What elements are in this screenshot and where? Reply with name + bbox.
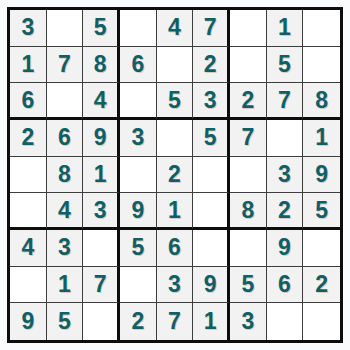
cell-r4c4[interactable]: 3 <box>120 120 157 157</box>
cell-r7c5[interactable]: 6 <box>157 230 194 267</box>
cell-r5c5[interactable]: 2 <box>157 157 194 194</box>
cell-r3c4[interactable] <box>120 83 157 120</box>
cell-r6c7[interactable]: 8 <box>230 193 267 230</box>
cell-r7c1[interactable]: 4 <box>10 230 47 267</box>
cell-r4c9[interactable]: 1 <box>303 120 340 157</box>
cell-r5c8[interactable]: 3 <box>267 157 304 194</box>
cell-r2c8[interactable]: 5 <box>267 47 304 84</box>
cell-r6c8[interactable]: 2 <box>267 193 304 230</box>
cell-r3c2[interactable] <box>47 83 84 120</box>
cell-r1c3[interactable]: 5 <box>83 10 120 47</box>
cell-r7c8[interactable]: 9 <box>267 230 304 267</box>
cell-r2c2[interactable]: 7 <box>47 47 84 84</box>
cell-r9c7[interactable]: 3 <box>230 303 267 340</box>
cell-r5c2[interactable]: 8 <box>47 157 84 194</box>
cell-r2c6[interactable]: 2 <box>193 47 230 84</box>
cell-r7c4[interactable]: 5 <box>120 230 157 267</box>
cell-r9c9[interactable] <box>303 303 340 340</box>
cell-r5c4[interactable] <box>120 157 157 194</box>
cell-r3c7[interactable]: 2 <box>230 83 267 120</box>
cell-r6c4[interactable]: 9 <box>120 193 157 230</box>
cell-r4c6[interactable]: 5 <box>193 120 230 157</box>
cell-r8c7[interactable]: 5 <box>230 267 267 304</box>
cell-r1c6[interactable]: 7 <box>193 10 230 47</box>
cell-r4c7[interactable]: 7 <box>230 120 267 157</box>
cell-r6c5[interactable]: 1 <box>157 193 194 230</box>
cell-r3c3[interactable]: 4 <box>83 83 120 120</box>
cell-r7c6[interactable] <box>193 230 230 267</box>
cell-r9c5[interactable]: 7 <box>157 303 194 340</box>
cell-r1c4[interactable] <box>120 10 157 47</box>
cell-r1c7[interactable] <box>230 10 267 47</box>
cell-r8c2[interactable]: 1 <box>47 267 84 304</box>
cell-r8c8[interactable]: 6 <box>267 267 304 304</box>
cell-r4c8[interactable] <box>267 120 304 157</box>
cell-r9c2[interactable]: 5 <box>47 303 84 340</box>
cell-r3c9[interactable]: 8 <box>303 83 340 120</box>
cell-r4c2[interactable]: 6 <box>47 120 84 157</box>
cell-r3c1[interactable]: 6 <box>10 83 47 120</box>
cell-r9c1[interactable]: 9 <box>10 303 47 340</box>
cell-r5c9[interactable]: 9 <box>303 157 340 194</box>
cell-r3c8[interactable]: 7 <box>267 83 304 120</box>
cell-r2c9[interactable] <box>303 47 340 84</box>
cell-r9c3[interactable] <box>83 303 120 340</box>
cell-r7c7[interactable] <box>230 230 267 267</box>
cell-r9c6[interactable]: 1 <box>193 303 230 340</box>
cell-r8c5[interactable]: 3 <box>157 267 194 304</box>
cell-r2c3[interactable]: 8 <box>83 47 120 84</box>
cell-r5c1[interactable] <box>10 157 47 194</box>
cell-r5c3[interactable]: 1 <box>83 157 120 194</box>
cell-r4c5[interactable] <box>157 120 194 157</box>
cell-r1c5[interactable]: 4 <box>157 10 194 47</box>
cell-r9c8[interactable] <box>267 303 304 340</box>
cell-r6c3[interactable]: 3 <box>83 193 120 230</box>
cell-r6c1[interactable] <box>10 193 47 230</box>
cell-r2c5[interactable] <box>157 47 194 84</box>
cell-r2c1[interactable]: 1 <box>10 47 47 84</box>
cell-r8c1[interactable] <box>10 267 47 304</box>
cell-r7c9[interactable] <box>303 230 340 267</box>
cell-r6c6[interactable] <box>193 193 230 230</box>
sudoku-board: 3547117862564532782693571812394391825435… <box>7 7 343 343</box>
cell-r1c1[interactable]: 3 <box>10 10 47 47</box>
cell-r3c6[interactable]: 3 <box>193 83 230 120</box>
cell-r6c9[interactable]: 5 <box>303 193 340 230</box>
cell-r9c4[interactable]: 2 <box>120 303 157 340</box>
cell-r5c6[interactable] <box>193 157 230 194</box>
cell-r1c8[interactable]: 1 <box>267 10 304 47</box>
cell-r5c7[interactable] <box>230 157 267 194</box>
cell-r3c5[interactable]: 5 <box>157 83 194 120</box>
cell-r4c3[interactable]: 9 <box>83 120 120 157</box>
cell-r7c3[interactable] <box>83 230 120 267</box>
cell-r8c9[interactable]: 2 <box>303 267 340 304</box>
cell-r2c7[interactable] <box>230 47 267 84</box>
cell-r8c6[interactable]: 9 <box>193 267 230 304</box>
cell-r8c3[interactable]: 7 <box>83 267 120 304</box>
cell-r1c9[interactable] <box>303 10 340 47</box>
cell-r1c2[interactable] <box>47 10 84 47</box>
cell-r6c2[interactable]: 4 <box>47 193 84 230</box>
cell-r7c2[interactable]: 3 <box>47 230 84 267</box>
cell-r4c1[interactable]: 2 <box>10 120 47 157</box>
cell-r8c4[interactable] <box>120 267 157 304</box>
cell-r2c4[interactable]: 6 <box>120 47 157 84</box>
